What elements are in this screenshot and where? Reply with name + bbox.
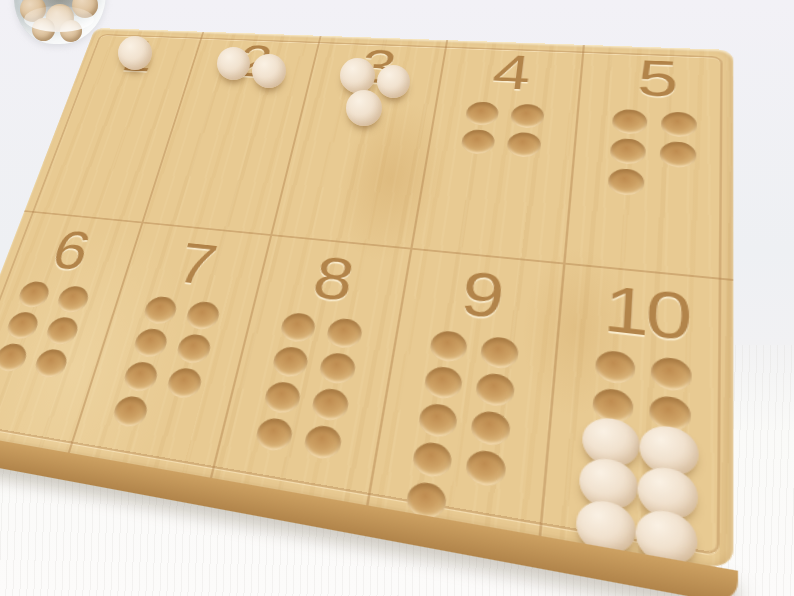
jar-glass-highlight: [24, 6, 94, 32]
dimple[interactable]: [460, 129, 496, 155]
dimple[interactable]: [423, 365, 464, 401]
dimple[interactable]: [110, 394, 150, 429]
dimple[interactable]: [32, 348, 70, 380]
dimple[interactable]: [506, 132, 542, 158]
number-label-6: 6: [1, 220, 139, 287]
dimple[interactable]: [470, 409, 512, 447]
dimple[interactable]: [318, 351, 358, 385]
dimple-grid-4: [429, 100, 577, 161]
dimple[interactable]: [610, 138, 647, 165]
dimple[interactable]: [302, 424, 344, 462]
wooden-ball[interactable]: [340, 58, 375, 93]
dimple[interactable]: [510, 103, 546, 128]
dimple-grid-2: [180, 86, 306, 114]
dimple-grid-9: [368, 325, 556, 538]
dimple[interactable]: [405, 480, 448, 521]
dimple-grid-5: [572, 107, 733, 203]
dimple[interactable]: [411, 440, 453, 479]
number-label-8: 8: [256, 244, 409, 319]
dimple[interactable]: [650, 356, 692, 393]
dimple[interactable]: [325, 317, 364, 350]
wooden-ball[interactable]: [377, 65, 410, 98]
number-label-9: 9: [400, 259, 562, 339]
number-label-4: 4: [439, 47, 582, 102]
dimple[interactable]: [661, 111, 697, 138]
wooden-ball[interactable]: [118, 36, 152, 70]
dimple-grid-10: [541, 344, 733, 572]
dimple-grid-8: [221, 308, 397, 467]
cell-5: 5: [565, 45, 733, 281]
dimple[interactable]: [262, 380, 302, 415]
dimple[interactable]: [43, 316, 81, 347]
dimple[interactable]: [595, 349, 636, 386]
wooden-ball[interactable]: [346, 90, 382, 126]
number-label-10: 10: [559, 274, 733, 359]
dimple[interactable]: [4, 311, 41, 341]
dimple[interactable]: [55, 285, 92, 314]
number-label-3: 3: [309, 43, 445, 95]
dimple[interactable]: [464, 448, 507, 488]
wooden-ball[interactable]: [252, 54, 286, 88]
dimple[interactable]: [429, 329, 469, 363]
dimple[interactable]: [279, 312, 318, 344]
dimple[interactable]: [607, 168, 644, 197]
dimple[interactable]: [659, 141, 696, 169]
dimple[interactable]: [0, 342, 30, 373]
dimple[interactable]: [174, 333, 213, 365]
dimple[interactable]: [121, 360, 160, 393]
dimple[interactable]: [16, 280, 53, 309]
dimple[interactable]: [131, 327, 170, 359]
dimple[interactable]: [612, 109, 648, 135]
dimple[interactable]: [184, 300, 222, 331]
dimple[interactable]: [271, 345, 311, 379]
wooden-ball[interactable]: [635, 506, 698, 569]
number-label-5: 5: [580, 52, 733, 110]
dimple[interactable]: [417, 402, 459, 440]
dimple[interactable]: [474, 372, 515, 409]
dimple[interactable]: [141, 295, 179, 325]
cell-10: 10: [541, 265, 733, 570]
wooden-ball[interactable]: [574, 497, 637, 559]
dimple[interactable]: [165, 366, 205, 400]
dimple[interactable]: [465, 101, 500, 126]
dimple[interactable]: [643, 519, 688, 564]
dimple[interactable]: [254, 416, 295, 453]
dimple-grid-1: [67, 81, 185, 108]
product-photo-stage: 12345678910: [0, 0, 794, 596]
dimple[interactable]: [583, 509, 628, 553]
wooden-ball[interactable]: [217, 47, 250, 80]
dimple[interactable]: [479, 335, 519, 370]
dimple[interactable]: [310, 387, 351, 423]
number-label-7: 7: [123, 231, 268, 302]
